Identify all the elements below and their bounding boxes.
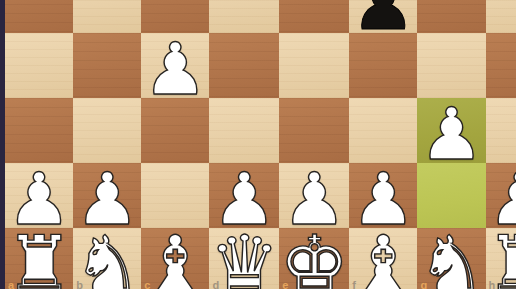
square-b5[interactable] — [73, 0, 141, 33]
square-c4[interactable]: ♟ — [141, 33, 209, 98]
square-f3[interactable] — [349, 98, 417, 163]
file-label-e: e — [282, 280, 288, 289]
square-g3[interactable]: ♟ — [417, 98, 485, 163]
square-a3[interactable] — [5, 98, 73, 163]
square-c1[interactable]: ♝c — [141, 228, 209, 289]
file-label-c: c — [144, 280, 150, 289]
square-g4[interactable] — [417, 33, 485, 98]
square-e1[interactable]: ♚e — [279, 228, 349, 289]
square-c3[interactable] — [141, 98, 209, 163]
square-f4[interactable] — [349, 33, 417, 98]
square-f5[interactable]: ♟ — [349, 0, 417, 33]
square-d4[interactable] — [209, 33, 279, 98]
square-b1[interactable]: ♞b — [73, 228, 141, 289]
square-a1[interactable]: ♜a — [5, 228, 73, 289]
square-h3[interactable]: 3 — [486, 98, 516, 163]
square-b3[interactable] — [73, 98, 141, 163]
square-a4[interactable] — [5, 33, 73, 98]
white-queen-d1[interactable]: ♛ — [209, 225, 279, 289]
square-b4[interactable] — [73, 33, 141, 98]
white-bishop-f1[interactable]: ♝ — [349, 226, 417, 289]
file-label-a: a — [8, 280, 14, 289]
square-d1[interactable]: ♛d — [209, 228, 279, 289]
square-g5[interactable] — [417, 0, 485, 33]
white-pawn-g3[interactable]: ♟ — [419, 98, 484, 170]
square-h4[interactable]: 4 — [486, 33, 516, 98]
square-e4[interactable] — [279, 33, 349, 98]
square-e3[interactable] — [279, 98, 349, 163]
square-h5[interactable] — [486, 0, 516, 33]
square-d5[interactable] — [209, 0, 279, 33]
square-e5[interactable] — [279, 0, 349, 33]
file-label-d: d — [212, 280, 219, 289]
white-bishop-c1[interactable]: ♝ — [141, 226, 209, 289]
square-f1[interactable]: ♝f — [349, 228, 417, 289]
chess-board: ♟♟4♟3♟♟♟♟♟♟2♜a♞b♝c♛d♚e♝f♞g♜1h — [5, 0, 510, 289]
video-frame-background: ♟♟4♟3♟♟♟♟♟♟2♜a♞b♝c♛d♚e♝f♞g♜1h — [0, 0, 516, 289]
square-g1[interactable]: ♞g — [417, 228, 485, 289]
square-a5[interactable] — [5, 0, 73, 33]
white-pawn-c4[interactable]: ♟ — [143, 33, 208, 105]
white-king-e1[interactable]: ♚ — [279, 225, 349, 289]
file-label-b: b — [76, 280, 83, 289]
file-label-f: f — [352, 280, 356, 289]
white-knight-g1[interactable]: ♞ — [417, 226, 485, 289]
file-label-h: h — [489, 280, 496, 289]
file-label-g: g — [420, 280, 427, 289]
white-knight-b1[interactable]: ♞ — [73, 226, 141, 289]
white-rook-a1[interactable]: ♜ — [5, 226, 73, 289]
square-h1[interactable]: ♜1h — [486, 228, 516, 289]
square-d3[interactable] — [209, 98, 279, 163]
